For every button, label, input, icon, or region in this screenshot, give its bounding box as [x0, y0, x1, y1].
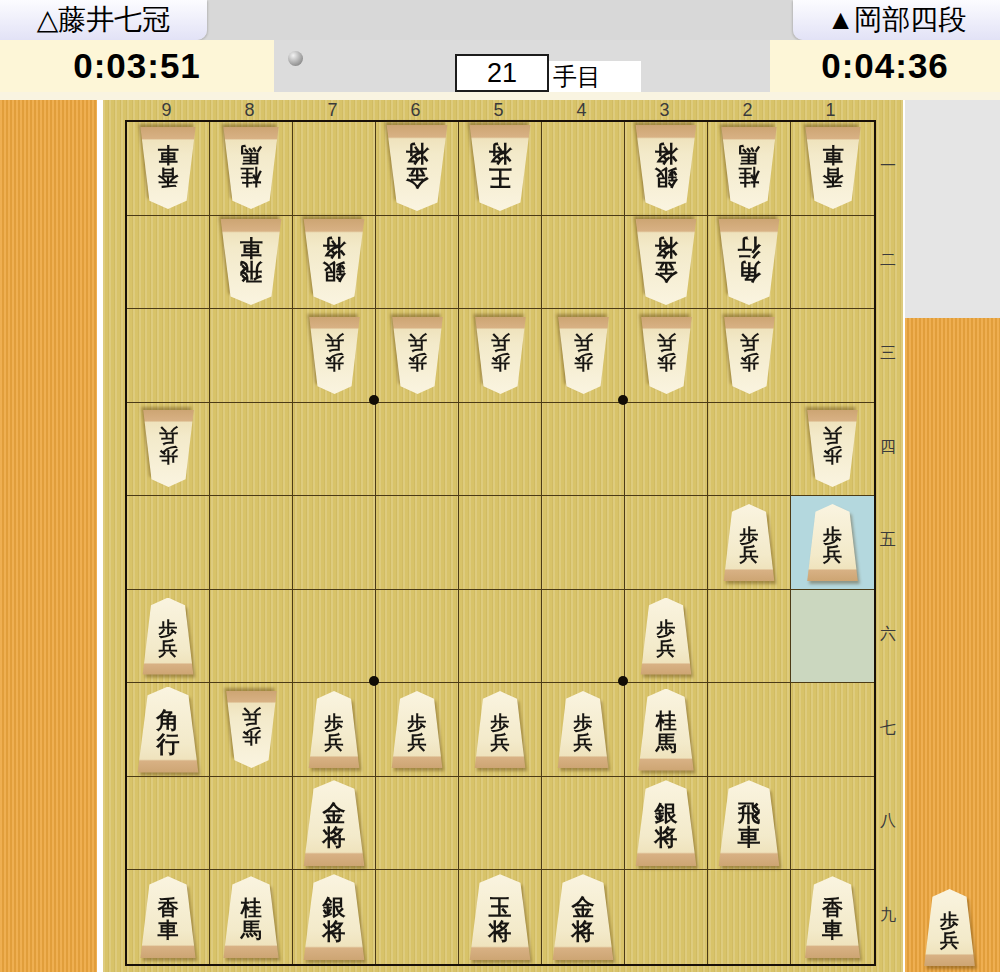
shogi-piece-gote[interactable]: 歩兵	[639, 317, 694, 394]
piece-kanji: 金	[323, 802, 346, 826]
piece-kanji: 兵	[657, 333, 676, 353]
board-square[interactable]	[625, 870, 708, 964]
shogi-piece-sente[interactable]: 玉将	[467, 874, 533, 960]
piece-kanji: 銀	[655, 165, 678, 189]
file-label: 6	[374, 100, 457, 121]
file-label: 5	[457, 100, 540, 121]
piece-kanji: 将	[655, 235, 678, 259]
piece-kanji: 兵	[740, 333, 759, 353]
board-square[interactable]	[542, 496, 625, 590]
piece-kanji: 歩	[823, 446, 842, 466]
board-square[interactable]: 歩兵	[376, 683, 459, 777]
shogi-piece-sente[interactable]: 歩兵	[805, 504, 860, 581]
board-square[interactable]: 銀将	[293, 870, 376, 964]
shogi-piece-sente[interactable]: 歩兵	[556, 691, 611, 768]
star-point	[618, 395, 628, 405]
board-square[interactable]: 歩兵	[293, 309, 376, 403]
board-square[interactable]	[625, 496, 708, 590]
header-clocks: 0:03:51 21 手目 0:04:36	[0, 40, 1000, 92]
shogi-piece-gote[interactable]: 王将	[467, 125, 533, 211]
piece-kanji: 王	[489, 165, 512, 189]
piece-kanji: 将	[323, 920, 346, 944]
rank-labels: 一二三四五六七八九	[875, 120, 901, 962]
shogi-piece-gote[interactable]: 角行	[716, 219, 782, 305]
board-square[interactable]	[459, 496, 542, 590]
rank-label: 九	[875, 868, 901, 962]
board-square[interactable]: 歩兵	[625, 590, 708, 684]
board-square[interactable]: 王将	[459, 122, 542, 216]
move-count-box[interactable]: 21	[455, 54, 549, 92]
piece-kanji: 香	[822, 165, 843, 187]
piece-kanji: 歩	[408, 352, 427, 372]
piece-kanji: 兵	[159, 426, 178, 446]
piece-kanji: 兵	[325, 733, 344, 753]
piece-kanji: 歩	[574, 352, 593, 372]
board-square[interactable]: 歩兵	[542, 683, 625, 777]
board-square[interactable]: 歩兵	[293, 683, 376, 777]
board-square[interactable]	[210, 309, 293, 403]
piece-kanji: 車	[158, 920, 179, 942]
shogi-piece-sente[interactable]: 桂馬	[636, 689, 696, 771]
board-square[interactable]: 歩兵	[791, 403, 874, 497]
piece-kanji: 金	[572, 896, 595, 920]
piece-kanji: 将	[323, 235, 346, 259]
board-square[interactable]	[791, 683, 874, 777]
board-square[interactable]: 香車	[127, 870, 210, 964]
piece-kanji: 車	[240, 235, 263, 259]
gote-clock: 0:03:51	[0, 40, 274, 92]
piece-kanji: 玉	[489, 896, 512, 920]
shogi-piece-sente[interactable]: 桂馬	[221, 876, 281, 958]
board-square[interactable]: 角行	[127, 683, 210, 777]
piece-kanji: 歩	[408, 713, 427, 733]
piece-kanji: 歩	[325, 713, 344, 733]
piece-kanji: 将	[489, 920, 512, 944]
piece-kanji: 将	[655, 141, 678, 165]
shogi-piece-gote[interactable]: 桂馬	[719, 127, 779, 209]
board-square[interactable]	[127, 777, 210, 871]
piece-kanji: 飛	[240, 259, 263, 283]
piece-kanji: 兵	[823, 426, 842, 446]
board-square[interactable]	[376, 870, 459, 964]
gote-hand-tray	[0, 100, 97, 972]
piece-kanji: 歩	[491, 352, 510, 372]
shogi-piece-gote[interactable]: 飛車	[218, 219, 284, 305]
board-square[interactable]: 金将	[293, 777, 376, 871]
status-indicator-icon	[288, 51, 303, 66]
board-square[interactable]: 歩兵	[708, 309, 791, 403]
piece-kanji: 歩	[657, 352, 676, 372]
shogi-piece-sente[interactable]: 香車	[138, 876, 198, 958]
piece-kanji: 歩	[325, 352, 344, 372]
rank-label: 二	[875, 214, 901, 308]
board-square[interactable]: 歩兵	[459, 309, 542, 403]
piece-kanji: 車	[822, 920, 843, 942]
shogi-piece-sente[interactable]: 歩兵	[473, 691, 528, 768]
board-square[interactable]: 金将	[376, 122, 459, 216]
star-point	[369, 676, 379, 686]
sente-hand-tray: 歩兵	[905, 318, 1000, 972]
rank-label: 三	[875, 307, 901, 401]
piece-kanji: 銀	[323, 259, 346, 283]
board-square[interactable]	[459, 216, 542, 310]
header-names: △藤井七冠 ▲岡部四段	[0, 0, 1000, 40]
board-square[interactable]	[293, 496, 376, 590]
shogi-piece-gote[interactable]: 銀将	[301, 219, 367, 305]
piece-kanji: 桂	[241, 165, 262, 187]
rank-label: 八	[875, 775, 901, 869]
board-square[interactable]: 歩兵	[625, 309, 708, 403]
shogi-piece-gote[interactable]: 歩兵	[722, 317, 777, 394]
board-square[interactable]: 香車	[127, 122, 210, 216]
board-square[interactable]: 歩兵	[459, 683, 542, 777]
shogi-piece-gote[interactable]: 歩兵	[224, 691, 279, 768]
file-label: 2	[706, 100, 789, 121]
star-point	[369, 395, 379, 405]
piece-kanji: 兵	[325, 333, 344, 353]
shogi-piece-sente[interactable]: 金将	[301, 780, 367, 866]
piece-kanji: 兵	[574, 733, 593, 753]
board-square[interactable]: 桂馬	[210, 870, 293, 964]
board-square[interactable]	[459, 777, 542, 871]
board-square[interactable]	[791, 309, 874, 403]
piece-kanji: 香	[822, 898, 843, 920]
piece-kanji: 兵	[823, 545, 842, 565]
piece-kanji: 兵	[159, 639, 178, 659]
board-square[interactable]	[708, 683, 791, 777]
board-square[interactable]: 銀将	[625, 122, 708, 216]
file-label: 1	[789, 100, 872, 121]
piece-kanji: 桂	[739, 165, 760, 187]
piece-kanji: 将	[572, 920, 595, 944]
main-area: 987654321 一二三四五六七八九 香車桂馬金将王将銀将桂馬香車飛車銀将金将…	[0, 100, 1000, 972]
board-square[interactable]	[376, 496, 459, 590]
board-square[interactable]: 歩兵	[542, 309, 625, 403]
star-point	[618, 676, 628, 686]
move-count-suffix: 手目	[549, 61, 641, 92]
piece-kanji: 兵	[491, 733, 510, 753]
piece-kanji: 車	[738, 826, 761, 850]
shogi-piece-sente[interactable]: 銀将	[633, 780, 699, 866]
shogi-piece-sente[interactable]: 歩兵	[390, 691, 445, 768]
piece-kanji: 角	[157, 709, 180, 733]
shogi-piece-sente[interactable]: 銀将	[301, 874, 367, 960]
file-label: 3	[623, 100, 706, 121]
sente-hand-piece[interactable]: 歩兵	[922, 889, 977, 966]
piece-kanji: 兵	[940, 931, 959, 951]
shogi-piece-sente[interactable]: 歩兵	[141, 598, 196, 675]
piece-kanji: 兵	[574, 333, 593, 353]
shogi-piece-sente[interactable]: 歩兵	[307, 691, 362, 768]
board-square[interactable]	[293, 122, 376, 216]
piece-kanji: 車	[822, 143, 843, 165]
piece-kanji: 銀	[323, 896, 346, 920]
board-square[interactable]	[376, 403, 459, 497]
file-label: 4	[540, 100, 623, 121]
board-square[interactable]	[625, 403, 708, 497]
board-square[interactable]	[542, 216, 625, 310]
piece-kanji: 歩	[242, 727, 261, 747]
shogi-piece-sente[interactable]: 歩兵	[639, 598, 694, 675]
board-square[interactable]	[791, 216, 874, 310]
file-label: 7	[291, 100, 374, 121]
shogi-piece-gote[interactable]: 歩兵	[556, 317, 611, 394]
board-square[interactable]	[210, 403, 293, 497]
piece-kanji: 桂	[241, 898, 262, 920]
board-square[interactable]	[376, 216, 459, 310]
piece-kanji: 歩	[491, 713, 510, 733]
shogi-board: 987654321 一二三四五六七八九 香車桂馬金将王将銀将桂馬香車飛車銀将金将…	[103, 100, 903, 972]
file-label: 8	[208, 100, 291, 121]
file-label: 9	[125, 100, 208, 121]
rank-label: 六	[875, 588, 901, 682]
board-grid: 香車桂馬金将王将銀将桂馬香車飛車銀将金将角行歩兵歩兵歩兵歩兵歩兵歩兵歩兵歩兵歩兵…	[125, 120, 876, 966]
board-square[interactable]: 歩兵	[708, 496, 791, 590]
sente-name: ▲岡部四段	[827, 1, 967, 39]
shogi-piece-gote[interactable]: 香車	[803, 127, 863, 209]
sente-name-tag: ▲岡部四段	[793, 0, 1000, 40]
shogi-piece-sente[interactable]: 歩兵	[722, 504, 777, 581]
piece-kanji: 兵	[491, 333, 510, 353]
board-square[interactable]	[791, 777, 874, 871]
board-square[interactable]	[459, 590, 542, 684]
board-square[interactable]: 歩兵	[791, 496, 874, 590]
piece-kanji: 行	[738, 235, 761, 259]
piece-kanji: 金	[406, 165, 429, 189]
board-square[interactable]	[542, 122, 625, 216]
board-square[interactable]	[708, 590, 791, 684]
piece-kanji: 銀	[655, 802, 678, 826]
piece-kanji: 馬	[656, 733, 677, 755]
piece-kanji: 将	[655, 826, 678, 850]
piece-kanji: 車	[158, 143, 179, 165]
piece-kanji: 歩	[740, 352, 759, 372]
board-square[interactable]: 歩兵	[127, 590, 210, 684]
shogi-piece-gote[interactable]: 歩兵	[307, 317, 362, 394]
rank-label: 五	[875, 494, 901, 588]
rank-label: 四	[875, 401, 901, 495]
board-square[interactable]: 金将	[625, 216, 708, 310]
piece-kanji: 歩	[574, 713, 593, 733]
piece-kanji: 飛	[738, 802, 761, 826]
piece-kanji: 兵	[740, 545, 759, 565]
gote-name: △藤井七冠	[37, 1, 171, 39]
piece-kanji: 桂	[656, 711, 677, 733]
piece-kanji: 兵	[657, 639, 676, 659]
board-square[interactable]	[210, 777, 293, 871]
piece-kanji: 将	[323, 826, 346, 850]
board-square[interactable]: 桂馬	[210, 122, 293, 216]
shogi-piece-gote[interactable]: 歩兵	[390, 317, 445, 394]
rank-label: 七	[875, 681, 901, 775]
board-square[interactable]	[708, 870, 791, 964]
board-square[interactable]	[210, 496, 293, 590]
board-square[interactable]: 歩兵	[210, 683, 293, 777]
header-divider	[0, 92, 1000, 100]
board-square[interactable]: 金将	[542, 870, 625, 964]
board-square[interactable]	[542, 590, 625, 684]
piece-kanji: 歩	[159, 446, 178, 466]
board-square[interactable]: 銀将	[625, 777, 708, 871]
shogi-piece-gote[interactable]: 金将	[384, 125, 450, 211]
piece-kanji: 兵	[408, 733, 427, 753]
piece-kanji: 行	[157, 733, 180, 757]
board-square[interactable]: 角行	[708, 216, 791, 310]
board-square[interactable]	[127, 496, 210, 590]
board-square[interactable]	[293, 403, 376, 497]
board-square[interactable]	[376, 590, 459, 684]
shogi-piece-sente[interactable]: 金将	[550, 874, 616, 960]
piece-kanji: 将	[489, 141, 512, 165]
shogi-piece-sente[interactable]: 角行	[135, 687, 201, 773]
gote-name-tag: △藤井七冠	[0, 0, 207, 40]
board-square[interactable]: 銀将	[293, 216, 376, 310]
board-square[interactable]: 桂馬	[708, 122, 791, 216]
board-square[interactable]	[293, 590, 376, 684]
piece-kanji: 金	[655, 259, 678, 283]
board-square[interactable]: 飛車	[708, 777, 791, 871]
board-square[interactable]: 歩兵	[127, 403, 210, 497]
board-square[interactable]	[376, 777, 459, 871]
file-labels: 987654321	[125, 100, 872, 120]
shogi-piece-gote[interactable]: 歩兵	[473, 317, 528, 394]
piece-kanji: 香	[158, 165, 179, 187]
board-square[interactable]: 香車	[791, 122, 874, 216]
piece-kanji: 兵	[242, 707, 261, 727]
shogi-piece-gote[interactable]: 歩兵	[141, 410, 196, 487]
right-panel	[905, 100, 1000, 318]
piece-kanji: 角	[738, 259, 761, 283]
shogi-piece-gote[interactable]: 歩兵	[805, 410, 860, 487]
board-square[interactable]: 玉将	[459, 870, 542, 964]
shogi-piece-sente[interactable]: 香車	[803, 876, 863, 958]
board-square[interactable]	[542, 403, 625, 497]
sente-clock: 0:04:36	[770, 40, 1000, 92]
shogi-piece-gote[interactable]: 桂馬	[221, 127, 281, 209]
board-square[interactable]	[459, 403, 542, 497]
board-square[interactable]	[708, 403, 791, 497]
board-square[interactable]: 飛車	[210, 216, 293, 310]
piece-kanji: 香	[158, 898, 179, 920]
board-square[interactable]	[127, 216, 210, 310]
board-square[interactable]	[791, 590, 874, 684]
shogi-piece-gote[interactable]: 香車	[138, 127, 198, 209]
rank-label: 一	[875, 120, 901, 214]
piece-kanji: 歩	[940, 911, 959, 931]
piece-kanji: 馬	[241, 920, 262, 942]
shogi-piece-gote[interactable]: 銀将	[633, 125, 699, 211]
shogi-piece-gote[interactable]: 金将	[633, 219, 699, 305]
shogi-piece-sente[interactable]: 飛車	[716, 780, 782, 866]
board-square[interactable]: 香車	[791, 870, 874, 964]
piece-kanji: 馬	[739, 143, 760, 165]
shogi-app: △藤井七冠 ▲岡部四段 0:03:51 21 手目 0:04:36 987654…	[0, 0, 1000, 972]
board-square[interactable]	[542, 777, 625, 871]
board-square[interactable]: 歩兵	[376, 309, 459, 403]
piece-kanji: 馬	[241, 143, 262, 165]
board-square[interactable]: 桂馬	[625, 683, 708, 777]
piece-kanji: 将	[406, 141, 429, 165]
board-square[interactable]	[127, 309, 210, 403]
piece-kanji: 兵	[408, 333, 427, 353]
board-square[interactable]	[210, 590, 293, 684]
shogi-piece-sente[interactable]: 歩兵	[922, 889, 977, 966]
